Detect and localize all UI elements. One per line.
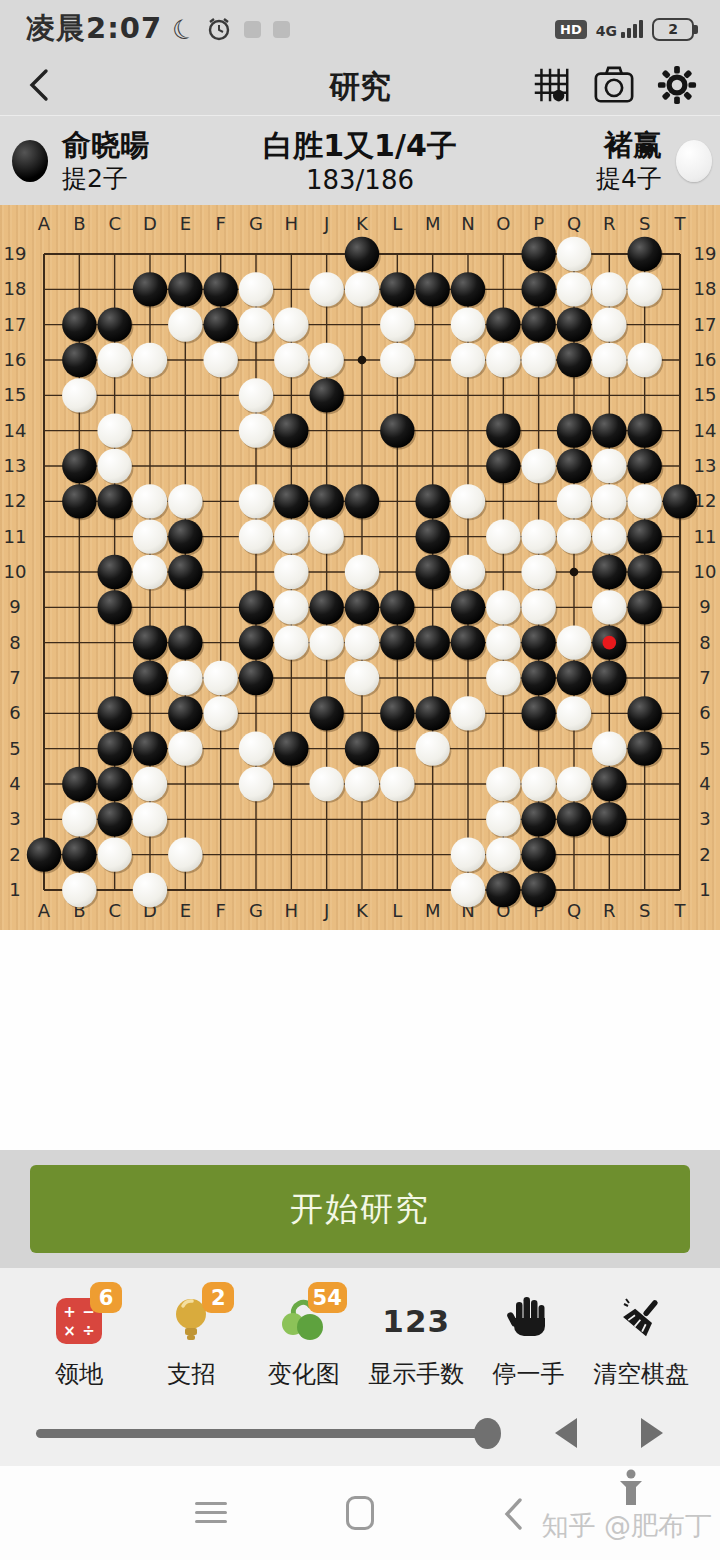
svg-text:1: 1: [699, 879, 710, 900]
app-screen: 凌晨2:07 ☾ HD 4G 2 研究: [0, 0, 720, 1560]
svg-text:8: 8: [9, 632, 20, 653]
svg-text:8: 8: [699, 632, 710, 653]
svg-text:T: T: [673, 213, 686, 234]
tool-pass[interactable]: 停一手: [476, 1294, 582, 1390]
black-player-name: 俞晓暘: [62, 127, 149, 163]
svg-text:3: 3: [9, 808, 20, 829]
svg-text:A: A: [38, 900, 51, 921]
svg-text:R: R: [603, 213, 616, 234]
svg-text:17: 17: [694, 314, 717, 335]
title-bar: 研究: [0, 58, 720, 115]
svg-text:10: 10: [694, 561, 717, 582]
notification-icon: [244, 21, 261, 38]
svg-text:F: F: [215, 213, 225, 234]
settings-gear-icon[interactable]: [656, 64, 698, 110]
svg-text:S: S: [639, 213, 650, 234]
svg-text:3: 3: [699, 808, 710, 829]
battery-icon: 2: [652, 18, 694, 41]
svg-text:G: G: [249, 900, 263, 921]
svg-text:7: 7: [9, 667, 20, 688]
svg-text:G: G: [249, 213, 263, 234]
svg-text:C: C: [108, 900, 121, 921]
white-player-captures: 提4子: [596, 163, 662, 194]
signal-strength-icon: 4G: [596, 20, 643, 38]
svg-text:16: 16: [694, 349, 717, 370]
svg-text:D: D: [143, 213, 157, 234]
svg-text:Q: Q: [567, 213, 581, 234]
svg-text:H: H: [285, 900, 299, 921]
start-research-button[interactable]: 开始研究: [30, 1165, 690, 1253]
tool-territory[interactable]: +− ×÷ 6 领地: [26, 1294, 132, 1390]
svg-text:9: 9: [9, 596, 20, 617]
move-numbers-123-icon: 123: [382, 1303, 450, 1339]
svg-text:O: O: [496, 213, 510, 234]
hint-badge: 2: [202, 1282, 234, 1313]
move-slider-row: [0, 1400, 720, 1466]
svg-text:K: K: [356, 213, 369, 234]
tool-clear-board[interactable]: 清空棋盘: [588, 1294, 694, 1390]
svg-text:2: 2: [9, 844, 20, 865]
recent-apps-icon[interactable]: [195, 1502, 227, 1529]
white-player-stone-icon: [676, 140, 712, 182]
go-board[interactable]: AA1919BB1818CC1717DD1616EE1515FF1414GG13…: [0, 205, 720, 930]
svg-text:19: 19: [4, 243, 27, 264]
svg-text:6: 6: [699, 702, 710, 723]
hd-volte-icon: HD: [555, 20, 587, 39]
svg-text:A: A: [38, 213, 51, 234]
svg-text:6: 6: [9, 702, 20, 723]
svg-text:16: 16: [4, 349, 27, 370]
svg-text:J: J: [323, 213, 329, 234]
svg-text:B: B: [73, 213, 85, 234]
button-band: 开始研究: [0, 1150, 720, 1268]
svg-text:14: 14: [694, 420, 717, 441]
territory-badge: 6: [90, 1282, 122, 1313]
game-result: 白胜1又1/4子: [225, 126, 495, 165]
svg-text:9: 9: [699, 596, 710, 617]
svg-text:11: 11: [4, 526, 27, 547]
nav-back-icon[interactable]: [500, 1496, 526, 1536]
variation-badge: 54: [308, 1282, 347, 1313]
tool-hint[interactable]: 2 支招: [138, 1294, 244, 1390]
svg-text:P: P: [533, 213, 544, 234]
svg-text:13: 13: [4, 455, 27, 476]
slider-thumb[interactable]: [474, 1418, 501, 1449]
svg-text:J: J: [323, 900, 329, 921]
night-mode-moon-icon: ☾: [168, 11, 201, 48]
black-player-stone-icon: [12, 140, 48, 182]
battery-level: 2: [668, 21, 678, 37]
svg-text:14: 14: [4, 420, 27, 441]
next-move-button[interactable]: [635, 1415, 669, 1451]
clock-time: 凌晨2:07: [26, 9, 162, 49]
svg-text:5: 5: [9, 738, 20, 759]
svg-text:T: T: [673, 900, 686, 921]
svg-text:18: 18: [4, 278, 27, 299]
notification-icon: [273, 21, 290, 38]
move-slider[interactable]: [36, 1429, 497, 1438]
previous-move-button[interactable]: [549, 1415, 583, 1451]
content-spacer: [0, 930, 720, 1150]
svg-text:2: 2: [699, 844, 710, 865]
svg-text:E: E: [180, 213, 191, 234]
svg-text:1: 1: [9, 879, 20, 900]
board-grid-icon[interactable]: [530, 64, 572, 110]
watermark-person-icon: [616, 1468, 646, 1514]
svg-text:E: E: [180, 900, 191, 921]
tool-variation[interactable]: 54 变化图: [251, 1294, 357, 1390]
svg-text:12: 12: [4, 490, 27, 511]
watermark: 知乎 @肥布丁: [541, 1508, 712, 1544]
svg-text:L: L: [392, 900, 402, 921]
hand-pass-icon: [506, 1294, 552, 1348]
svg-text:M: M: [425, 213, 441, 234]
alarm-clock-icon: [206, 16, 232, 42]
svg-text:10: 10: [4, 561, 27, 582]
status-bar: 凌晨2:07 ☾ HD 4G 2: [0, 0, 720, 58]
svg-text:11: 11: [694, 526, 717, 547]
svg-text:F: F: [215, 900, 225, 921]
svg-text:15: 15: [694, 384, 717, 405]
svg-text:7: 7: [699, 667, 710, 688]
players-bar: 俞晓暘 提2子 白胜1又1/4子 183/186 褚赢 提4子: [0, 115, 720, 205]
svg-text:M: M: [425, 900, 441, 921]
move-counter: 183/186: [225, 165, 495, 195]
svg-text:4: 4: [9, 773, 20, 794]
black-player-captures: 提2子: [62, 163, 149, 194]
svg-text:Q: Q: [567, 900, 581, 921]
svg-text:15: 15: [4, 384, 27, 405]
svg-text:13: 13: [694, 455, 717, 476]
svg-text:17: 17: [4, 314, 27, 335]
svg-text:N: N: [461, 213, 474, 234]
camera-icon[interactable]: [592, 64, 636, 110]
svg-text:C: C: [108, 213, 121, 234]
svg-text:L: L: [392, 213, 402, 234]
svg-text:19: 19: [694, 243, 717, 264]
svg-text:K: K: [356, 900, 369, 921]
svg-text:S: S: [639, 900, 650, 921]
android-nav-bar: 知乎 @肥布丁: [0, 1466, 720, 1560]
tool-move-numbers[interactable]: 123 显示手数: [363, 1294, 469, 1390]
svg-text:18: 18: [694, 278, 717, 299]
back-icon[interactable]: [22, 65, 56, 109]
svg-text:R: R: [603, 900, 616, 921]
svg-text:H: H: [285, 213, 299, 234]
network-type-label: 4G: [596, 24, 617, 38]
svg-text:4: 4: [699, 773, 710, 794]
home-icon[interactable]: [346, 1496, 374, 1530]
broom-clear-icon: [617, 1294, 665, 1348]
svg-text:5: 5: [699, 738, 710, 759]
white-player-name: 褚赢: [604, 127, 662, 163]
